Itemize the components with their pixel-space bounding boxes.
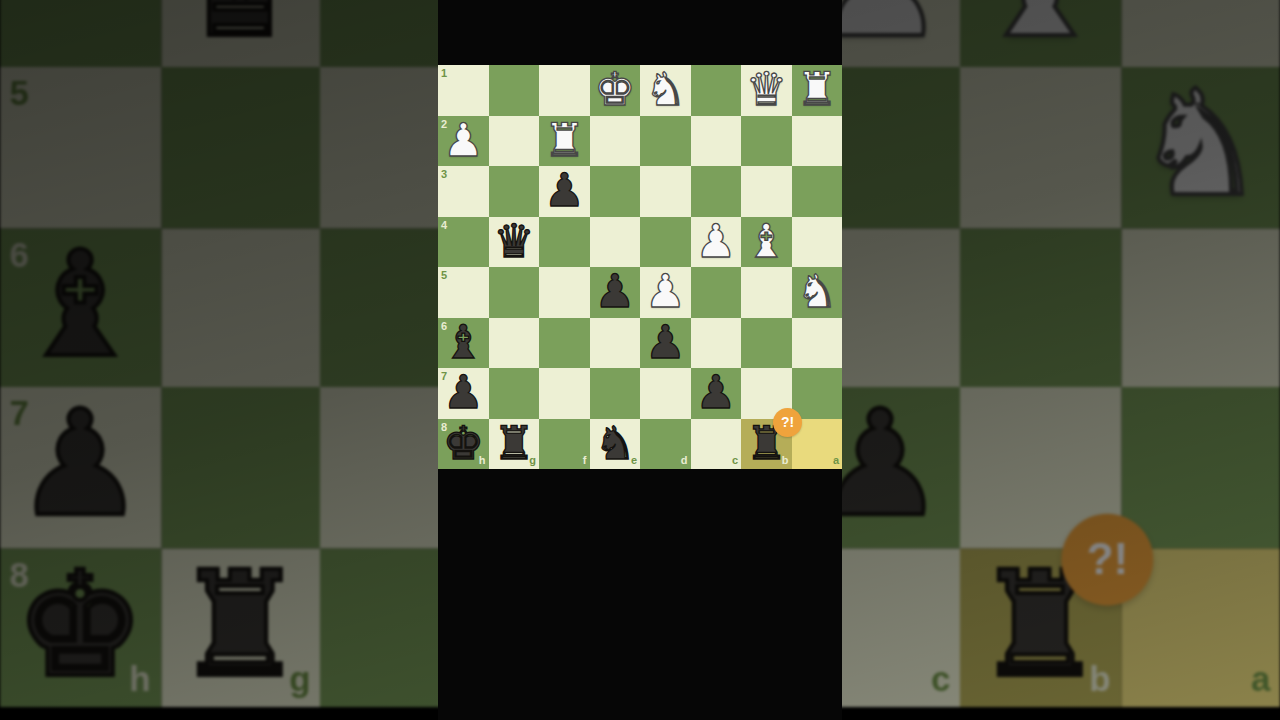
square-e1[interactable]: ♚ <box>590 65 641 116</box>
file-label-h: h <box>479 455 486 466</box>
square-h7[interactable]: 7♟ <box>438 368 489 419</box>
rank-label-2: 2 <box>441 119 447 130</box>
square-b1[interactable]: ♛ <box>741 65 792 116</box>
square-a5[interactable]: ♞ <box>792 267 843 318</box>
piece-black-pawn[interactable]: ♟ <box>544 167 585 213</box>
piece-white-knight[interactable]: ♞ <box>645 66 686 112</box>
square-h1[interactable]: 1 <box>438 65 489 116</box>
square-f3[interactable]: ♟ <box>539 166 590 217</box>
piece-white-king[interactable]: ♚ <box>594 66 635 112</box>
square-b8[interactable]: b♜?! <box>741 419 792 470</box>
square-f6[interactable] <box>539 318 590 369</box>
square-h5[interactable]: 5 <box>438 267 489 318</box>
square-g3[interactable] <box>489 166 540 217</box>
square-c3[interactable] <box>691 166 742 217</box>
rank-label-4: 4 <box>441 220 447 231</box>
square-a1[interactable]: ♜ <box>792 65 843 116</box>
square-d5[interactable]: ♟ <box>640 267 691 318</box>
square-g5[interactable] <box>489 267 540 318</box>
file-label-e: e <box>631 455 637 466</box>
square-g2[interactable] <box>489 116 540 167</box>
file-label-c: c <box>732 455 738 466</box>
rank-label-8: 8 <box>441 422 447 433</box>
square-a4[interactable] <box>792 217 843 268</box>
square-b5[interactable] <box>741 267 792 318</box>
square-c1[interactable] <box>691 65 742 116</box>
piece-white-knight[interactable]: ♞ <box>796 268 837 314</box>
piece-white-rook[interactable]: ♜ <box>544 117 585 163</box>
square-d3[interactable] <box>640 166 691 217</box>
square-b3[interactable] <box>741 166 792 217</box>
square-h2[interactable]: 2♟ <box>438 116 489 167</box>
square-d4[interactable] <box>640 217 691 268</box>
piece-white-bishop[interactable]: ♝ <box>746 218 787 264</box>
piece-white-pawn[interactable]: ♟ <box>645 268 686 314</box>
square-b2[interactable] <box>741 116 792 167</box>
square-g1[interactable] <box>489 65 540 116</box>
square-e6[interactable] <box>590 318 641 369</box>
square-b6[interactable] <box>741 318 792 369</box>
square-d1[interactable]: ♞ <box>640 65 691 116</box>
square-e2[interactable] <box>590 116 641 167</box>
rank-label-5: 5 <box>441 270 447 281</box>
square-c2[interactable] <box>691 116 742 167</box>
square-g6[interactable] <box>489 318 540 369</box>
piece-white-queen[interactable]: ♛ <box>746 66 787 112</box>
square-e3[interactable] <box>590 166 641 217</box>
square-b4[interactable]: ♝ <box>741 217 792 268</box>
square-h6[interactable]: 6♝ <box>438 318 489 369</box>
square-a2[interactable] <box>792 116 843 167</box>
piece-white-rook[interactable]: ♜ <box>796 66 837 112</box>
square-f4[interactable] <box>539 217 590 268</box>
video-frame: 1♚♞♛♜2♟♜3♟4♛♟♝5♟♟♞6♝♟7♟♟8h♚g♜fe♞dcb♜?!a … <box>0 0 1280 720</box>
file-label-d: d <box>681 455 688 466</box>
square-f5[interactable] <box>539 267 590 318</box>
move-classification-badge: ?! <box>773 408 802 437</box>
square-c6[interactable] <box>691 318 742 369</box>
piece-black-pawn[interactable]: ♟ <box>695 369 736 415</box>
piece-black-knight[interactable]: ♞ <box>594 420 635 466</box>
square-e8[interactable]: e♞ <box>590 419 641 470</box>
square-f7[interactable] <box>539 368 590 419</box>
piece-white-pawn[interactable]: ♟ <box>443 117 484 163</box>
file-label-a: a <box>833 455 839 466</box>
square-h8[interactable]: 8h♚ <box>438 419 489 470</box>
square-g8[interactable]: g♜ <box>489 419 540 470</box>
file-label-f: f <box>583 455 587 466</box>
file-label-b: b <box>782 455 789 466</box>
square-e5[interactable]: ♟ <box>590 267 641 318</box>
rank-label-3: 3 <box>441 169 447 180</box>
square-d6[interactable]: ♟ <box>640 318 691 369</box>
piece-black-pawn[interactable]: ♟ <box>645 319 686 365</box>
square-f1[interactable] <box>539 65 590 116</box>
square-d7[interactable] <box>640 368 691 419</box>
rank-label-7: 7 <box>441 371 447 382</box>
piece-black-rook[interactable]: ♜ <box>493 420 534 466</box>
square-c7[interactable]: ♟ <box>691 368 742 419</box>
square-e4[interactable] <box>590 217 641 268</box>
square-a7[interactable] <box>792 368 843 419</box>
piece-black-pawn[interactable]: ♟ <box>594 268 635 314</box>
piece-black-bishop[interactable]: ♝ <box>443 319 484 365</box>
file-label-g: g <box>529 455 536 466</box>
square-e7[interactable] <box>590 368 641 419</box>
piece-black-queen[interactable]: ♛ <box>493 218 534 264</box>
rank-label-6: 6 <box>441 321 447 332</box>
square-a3[interactable] <box>792 166 843 217</box>
square-c4[interactable]: ♟ <box>691 217 742 268</box>
square-f2[interactable]: ♜ <box>539 116 590 167</box>
square-d8[interactable]: d <box>640 419 691 470</box>
square-d2[interactable] <box>640 116 691 167</box>
square-h4[interactable]: 4 <box>438 217 489 268</box>
square-g4[interactable]: ♛ <box>489 217 540 268</box>
square-g7[interactable] <box>489 368 540 419</box>
chess-board: 1♚♞♛♜2♟♜3♟4♛♟♝5♟♟♞6♝♟7♟♟8h♚g♜fe♞dcb♜?!a <box>438 65 842 469</box>
piece-white-pawn[interactable]: ♟ <box>695 218 736 264</box>
square-f8[interactable]: f <box>539 419 590 470</box>
square-h3[interactable]: 3 <box>438 166 489 217</box>
piece-black-pawn[interactable]: ♟ <box>443 369 484 415</box>
piece-black-king[interactable]: ♚ <box>443 420 484 466</box>
square-c5[interactable] <box>691 267 742 318</box>
rank-label-1: 1 <box>441 68 447 79</box>
square-c8[interactable]: c <box>691 419 742 470</box>
square-a6[interactable] <box>792 318 843 369</box>
